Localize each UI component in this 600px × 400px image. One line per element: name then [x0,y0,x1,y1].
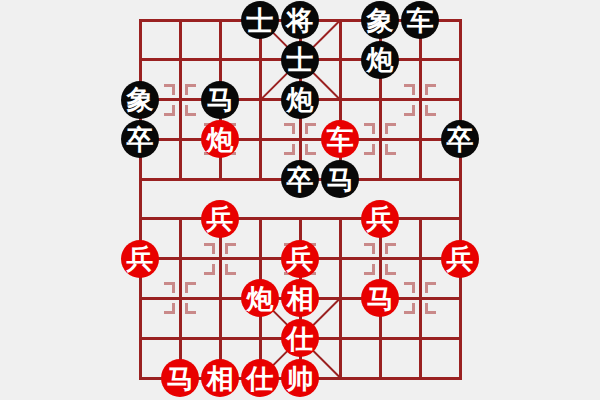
piece-red-cannon[interactable]: 炮 [201,120,239,158]
point-marker [364,264,375,275]
piece-black-chariot[interactable]: 车 [401,1,439,39]
point-marker [185,84,196,95]
point-marker [185,282,196,293]
point-marker [164,84,175,95]
xiangqi-board: 士将象车士炮象马炮卒卒卒马炮车兵兵兵兵兵炮相马仕马相仕帅 [0,0,600,400]
point-marker [284,123,295,134]
grid-line-border [139,19,142,380]
piece-black-cannon[interactable]: 炮 [361,41,399,79]
point-marker [404,282,415,293]
point-marker [425,303,436,314]
point-marker [204,264,215,275]
piece-red-general[interactable]: 帅 [281,359,319,397]
piece-black-horse[interactable]: 马 [201,81,239,119]
piece-red-horse[interactable]: 马 [161,359,199,397]
piece-red-horse[interactable]: 马 [361,279,399,317]
piece-red-pawn[interactable]: 兵 [361,200,399,238]
grid-line-vertical [179,19,182,181]
piece-black-pawn[interactable]: 卒 [281,160,319,198]
point-marker [305,123,316,134]
point-marker [404,105,415,116]
piece-black-cannon[interactable]: 炮 [281,81,319,119]
piece-red-chariot[interactable]: 车 [321,120,359,158]
piece-red-pawn[interactable]: 兵 [201,200,239,238]
grid-line-vertical [219,217,222,379]
piece-black-horse[interactable]: 马 [321,160,359,198]
point-marker [364,243,375,254]
piece-red-advisor[interactable]: 仕 [281,319,319,357]
piece-red-cannon[interactable]: 炮 [241,279,279,317]
piece-red-pawn[interactable]: 兵 [121,240,159,278]
point-marker [164,105,175,116]
piece-black-general[interactable]: 将 [281,1,319,39]
piece-black-pawn[interactable]: 卒 [441,120,479,158]
grid-line-vertical [419,217,422,379]
piece-red-elephant[interactable]: 相 [281,279,319,317]
point-marker [284,144,295,155]
point-marker [404,84,415,95]
piece-black-elephant[interactable]: 象 [361,1,399,39]
point-marker [225,264,236,275]
point-marker [425,105,436,116]
piece-black-advisor[interactable]: 士 [241,1,279,39]
point-marker [164,303,175,314]
grid-line-vertical [179,217,182,379]
piece-black-advisor[interactable]: 士 [281,41,319,79]
point-marker [204,243,215,254]
point-marker [364,123,375,134]
piece-red-advisor[interactable]: 仕 [241,359,279,397]
point-marker [425,282,436,293]
point-marker [385,243,396,254]
point-marker [164,282,175,293]
point-marker [225,243,236,254]
piece-red-elephant[interactable]: 相 [201,359,239,397]
piece-black-pawn[interactable]: 卒 [121,120,159,158]
point-marker [364,144,375,155]
xiangqi-screenshot: 士将象车士炮象马炮卒卒卒马炮车兵兵兵兵兵炮相马仕马相仕帅 [0,0,600,400]
point-marker [385,123,396,134]
grid-line-border [459,19,462,380]
point-marker [385,264,396,275]
point-marker [185,303,196,314]
point-marker [425,84,436,95]
point-marker [185,105,196,116]
piece-red-pawn[interactable]: 兵 [441,240,479,278]
point-marker [305,144,316,155]
piece-black-elephant[interactable]: 象 [121,81,159,119]
piece-red-pawn[interactable]: 兵 [281,240,319,278]
point-marker [385,144,396,155]
grid-line-vertical [419,19,422,181]
point-marker [404,303,415,314]
